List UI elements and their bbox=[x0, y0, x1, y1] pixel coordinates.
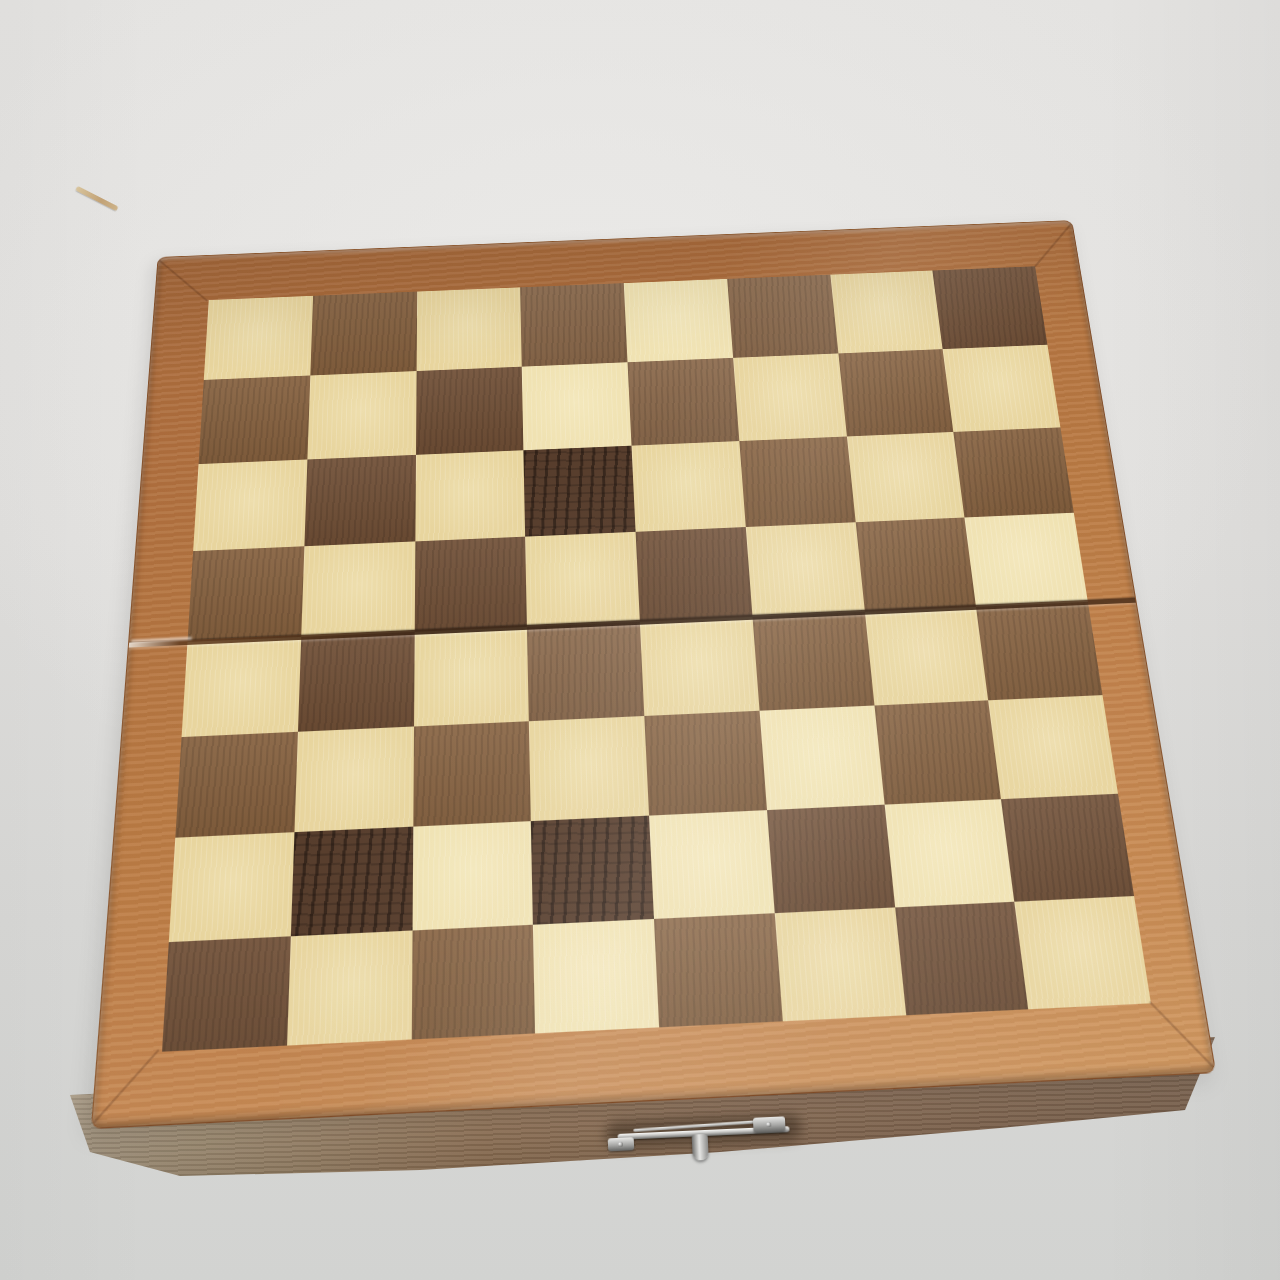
clasp-screw-left bbox=[618, 1142, 623, 1147]
square-c8[interactable] bbox=[416, 287, 522, 371]
square-d8[interactable] bbox=[520, 283, 627, 367]
square-f1[interactable] bbox=[774, 907, 905, 1021]
square-e7[interactable] bbox=[628, 358, 740, 445]
square-e3[interactable] bbox=[644, 711, 766, 815]
square-c3[interactable] bbox=[413, 721, 531, 826]
square-d3[interactable] bbox=[529, 716, 649, 820]
square-c6[interactable] bbox=[415, 450, 525, 541]
square-g6[interactable] bbox=[846, 431, 964, 522]
square-g7[interactable] bbox=[838, 349, 954, 436]
square-e5[interactable] bbox=[636, 527, 753, 622]
square-h2[interactable] bbox=[1001, 793, 1134, 901]
square-b2[interactable] bbox=[291, 826, 413, 936]
square-h6[interactable] bbox=[953, 427, 1073, 517]
square-h5[interactable] bbox=[965, 512, 1088, 606]
frame-miter-bottom-left bbox=[91, 1049, 160, 1129]
square-f6[interactable] bbox=[739, 436, 855, 527]
square-d5[interactable] bbox=[525, 532, 639, 627]
square-e4[interactable] bbox=[640, 617, 759, 716]
square-c5[interactable] bbox=[414, 536, 527, 632]
square-d7[interactable] bbox=[522, 362, 632, 449]
square-a8[interactable] bbox=[204, 296, 313, 380]
square-h4[interactable] bbox=[976, 602, 1102, 701]
square-f2[interactable] bbox=[767, 804, 895, 913]
square-a3[interactable] bbox=[175, 732, 297, 837]
square-h3[interactable] bbox=[988, 695, 1117, 798]
square-g2[interactable] bbox=[884, 799, 1014, 908]
square-e6[interactable] bbox=[631, 441, 745, 532]
square-b1[interactable] bbox=[287, 930, 412, 1045]
square-d6[interactable] bbox=[524, 445, 636, 536]
square-d4[interactable] bbox=[527, 622, 644, 722]
square-a1[interactable] bbox=[162, 936, 291, 1052]
square-g5[interactable] bbox=[855, 517, 976, 612]
square-g4[interactable] bbox=[864, 607, 988, 706]
square-g8[interactable] bbox=[830, 270, 943, 353]
square-h7[interactable] bbox=[943, 345, 1061, 432]
square-f5[interactable] bbox=[746, 522, 865, 617]
square-f8[interactable] bbox=[727, 275, 838, 358]
square-d1[interactable] bbox=[533, 919, 659, 1034]
clasp-left-plate bbox=[608, 1137, 635, 1151]
frame-miter-bottom-right bbox=[1149, 1001, 1216, 1074]
square-d2[interactable] bbox=[531, 815, 654, 924]
square-f3[interactable] bbox=[759, 706, 884, 810]
square-h1[interactable] bbox=[1014, 896, 1150, 1010]
chess-board-box bbox=[91, 220, 1216, 1129]
frame-miter-top-left bbox=[155, 256, 208, 301]
square-h8[interactable] bbox=[933, 266, 1048, 349]
square-b5[interactable] bbox=[301, 541, 415, 637]
clasp bbox=[599, 1103, 812, 1182]
square-a2[interactable] bbox=[169, 832, 294, 942]
clasp-screw-right bbox=[766, 1122, 771, 1127]
square-g1[interactable] bbox=[895, 901, 1029, 1015]
square-c1[interactable] bbox=[411, 924, 535, 1039]
square-b4[interactable] bbox=[298, 632, 415, 732]
board-top-face bbox=[91, 220, 1216, 1129]
square-e2[interactable] bbox=[649, 810, 774, 919]
square-g3[interactable] bbox=[874, 701, 1001, 805]
clasp-right-plate bbox=[753, 1116, 786, 1132]
square-b8[interactable] bbox=[310, 292, 417, 376]
square-a6[interactable] bbox=[193, 459, 307, 551]
square-a4[interactable] bbox=[182, 637, 301, 737]
square-c4[interactable] bbox=[414, 627, 530, 727]
square-a7[interactable] bbox=[199, 376, 311, 464]
square-b7[interactable] bbox=[307, 371, 416, 459]
square-b6[interactable] bbox=[304, 454, 415, 546]
chessboard bbox=[162, 266, 1151, 1051]
square-a5[interactable] bbox=[187, 546, 304, 642]
square-f7[interactable] bbox=[733, 354, 847, 441]
square-e1[interactable] bbox=[654, 913, 783, 1027]
square-c7[interactable] bbox=[416, 367, 524, 455]
square-b3[interactable] bbox=[294, 727, 413, 832]
square-c2[interactable] bbox=[412, 821, 533, 931]
wood-splinter bbox=[75, 186, 118, 211]
frame-miter-top-right bbox=[1034, 220, 1075, 267]
square-e8[interactable] bbox=[624, 279, 733, 363]
photo-background bbox=[0, 0, 1280, 1280]
square-f4[interactable] bbox=[752, 612, 874, 711]
clasp-knob bbox=[692, 1134, 709, 1161]
